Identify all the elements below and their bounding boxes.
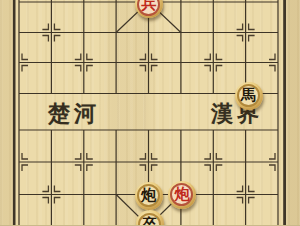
piece-glyph: 炮: [141, 188, 156, 203]
piece-glyph: 馬: [241, 88, 256, 103]
piece-glyph: 卒: [142, 216, 157, 225]
piece-face: 卒: [138, 213, 161, 226]
river-label-left: 楚河: [48, 102, 100, 124]
piece-red-cannon[interactable]: 炮: [168, 181, 196, 209]
piece-face: 炮: [170, 183, 193, 206]
piece-black-cannon[interactable]: 炮: [135, 182, 163, 210]
piece-face: 馬: [237, 84, 260, 107]
piece-face: 兵: [137, 0, 160, 16]
piece-face: 炮: [137, 184, 160, 207]
piece-black-horse[interactable]: 馬: [235, 82, 263, 110]
xiangqi-board: 楚河 漢界 兵馬炮炮卒: [0, 0, 300, 225]
piece-glyph: 炮: [174, 187, 189, 202]
piece-glyph: 兵: [141, 0, 156, 11]
